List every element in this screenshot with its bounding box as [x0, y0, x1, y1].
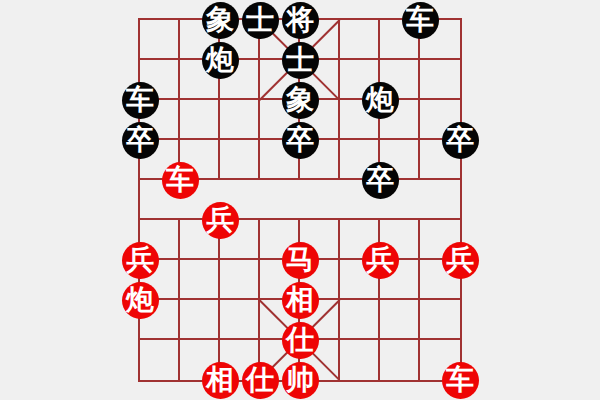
point-marker — [409, 89, 431, 111]
piece-red-elephant[interactable]: 相 — [202, 362, 239, 399]
piece-black-chariot[interactable]: 车 — [402, 2, 439, 39]
point-marker-bracket — [224, 144, 231, 151]
board-overlay: 象士将车炮士车象炮卒卒卒车卒兵兵马兵兵炮相仕相仕帅车 — [0, 0, 600, 400]
piece-red-elephant[interactable]: 相 — [282, 282, 319, 319]
piece-black-cannon[interactable]: 炮 — [362, 82, 399, 119]
point-marker — [169, 89, 191, 111]
piece-red-soldier[interactable]: 兵 — [442, 242, 479, 279]
point-marker — [169, 289, 191, 311]
piece-red-advisor[interactable]: 仕 — [282, 322, 319, 359]
piece-red-soldier[interactable]: 兵 — [202, 202, 239, 239]
piece-red-chariot[interactable]: 车 — [162, 162, 199, 199]
point-marker-bracket — [169, 104, 176, 111]
point-marker-bracket — [409, 104, 416, 111]
point-marker-bracket — [209, 249, 216, 256]
point-marker — [369, 129, 391, 151]
piece-black-advisor[interactable]: 士 — [242, 2, 279, 39]
piece-black-chariot[interactable]: 车 — [122, 82, 159, 119]
point-marker-bracket — [384, 144, 391, 151]
point-marker — [409, 289, 431, 311]
point-marker-bracket — [224, 264, 231, 271]
point-marker-bracket — [409, 89, 416, 96]
point-marker-bracket — [424, 104, 431, 111]
piece-red-general[interactable]: 帅 — [282, 362, 319, 399]
point-marker-bracket — [424, 89, 431, 96]
point-marker-bracket — [369, 129, 376, 136]
piece-red-chariot[interactable]: 车 — [442, 362, 479, 399]
point-marker-bracket — [184, 104, 191, 111]
point-marker-bracket — [169, 304, 176, 311]
point-marker — [209, 249, 231, 271]
piece-black-soldier[interactable]: 卒 — [282, 122, 319, 159]
point-marker-bracket — [424, 304, 431, 311]
piece-black-general[interactable]: 将 — [282, 2, 319, 39]
piece-black-soldier[interactable]: 卒 — [122, 122, 159, 159]
piece-red-soldier[interactable]: 兵 — [362, 242, 399, 279]
point-marker-bracket — [184, 304, 191, 311]
piece-red-cannon[interactable]: 炮 — [122, 282, 159, 319]
piece-black-soldier[interactable]: 卒 — [442, 122, 479, 159]
piece-black-soldier[interactable]: 卒 — [362, 162, 399, 199]
point-marker-bracket — [209, 144, 216, 151]
point-marker-bracket — [409, 304, 416, 311]
point-marker — [209, 129, 231, 151]
point-marker-bracket — [209, 264, 216, 271]
piece-red-horse[interactable]: 马 — [282, 242, 319, 279]
piece-black-advisor[interactable]: 士 — [282, 42, 319, 79]
point-marker-bracket — [409, 289, 416, 296]
point-marker-bracket — [209, 129, 216, 136]
piece-black-elephant[interactable]: 象 — [202, 2, 239, 39]
point-marker-bracket — [369, 144, 376, 151]
xiangqi-app: 象士将车炮士车象炮卒卒卒车卒兵兵马兵兵炮相仕相仕帅车 — [0, 0, 600, 400]
point-marker-bracket — [224, 249, 231, 256]
piece-red-advisor[interactable]: 仕 — [242, 362, 279, 399]
point-marker-bracket — [224, 129, 231, 136]
piece-red-soldier[interactable]: 兵 — [122, 242, 159, 279]
point-marker-bracket — [169, 289, 176, 296]
piece-black-elephant[interactable]: 象 — [282, 82, 319, 119]
point-marker-bracket — [169, 89, 176, 96]
piece-black-cannon[interactable]: 炮 — [202, 42, 239, 79]
point-marker-bracket — [184, 289, 191, 296]
point-marker-bracket — [424, 289, 431, 296]
point-marker-bracket — [384, 129, 391, 136]
point-marker-bracket — [184, 89, 191, 96]
